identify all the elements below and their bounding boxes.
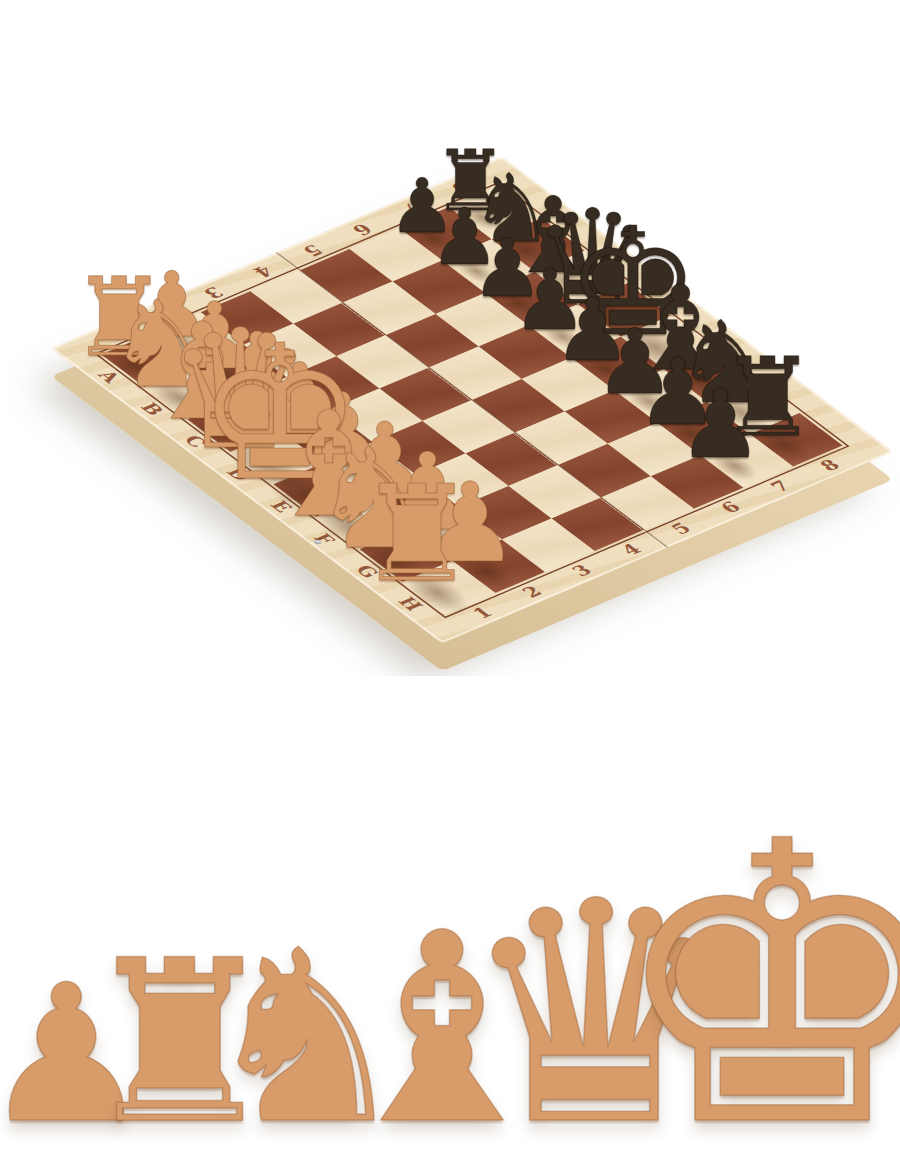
piece-lineup: ♟♜♞♝♛♚	[0, 676, 900, 1174]
board-pieces: ♜♞♝♛♚♝♞♜♟♟♟♟♟♟♟♟♟♟♟♟♟♟♟♟♜♞♝♛♚♝♞♜	[51, 157, 893, 644]
chess-set-product-photo: A88B77C66D55E44F33G22H11 ♜♞♝♛♚♝♞♜♟♟♟♟♟♟♟…	[0, 0, 900, 1174]
piece-black-pawn-h7: ♟	[678, 377, 763, 472]
piece-white-rook-h1: ♜	[357, 468, 476, 601]
lineup-row: ♟♜♞♝♛♚	[0, 792, 900, 1174]
chess-board: A88B77C66D55E44F33G22H11 ♜♞♝♛♚♝♞♜♟♟♟♟♟♟♟…	[51, 157, 893, 644]
board-photo: A88B77C66D55E44F33G22H11 ♜♞♝♛♚♝♞♜♟♟♟♟♟♟♟…	[0, 0, 900, 676]
lineup-piece-king: ♚	[681, 792, 883, 1174]
